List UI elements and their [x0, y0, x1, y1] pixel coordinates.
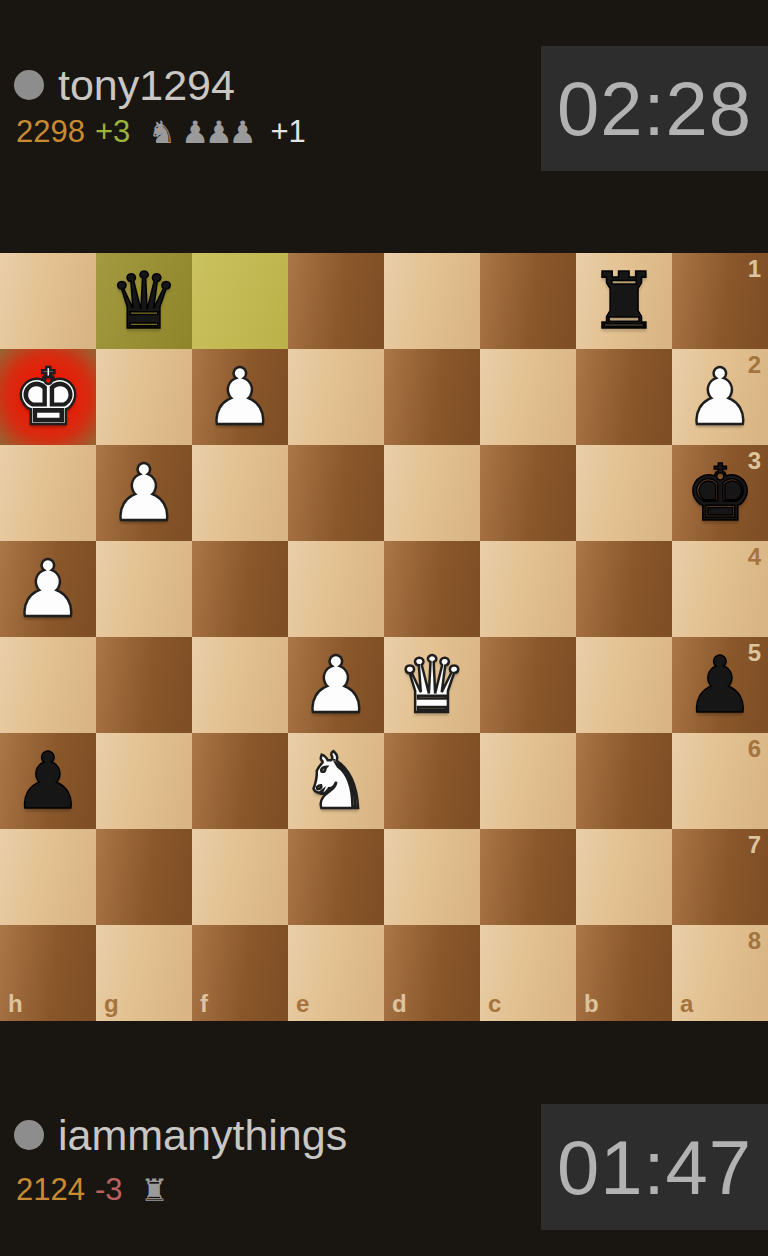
- square-b3[interactable]: [576, 445, 672, 541]
- square-d5[interactable]: ♛: [384, 637, 480, 733]
- bottom-player-rating-row: 2124 -3 ♜: [16, 1172, 182, 1208]
- square-a1[interactable]: 1: [672, 253, 768, 349]
- captured-pawn-icon: ♟: [229, 115, 257, 149]
- square-h1[interactable]: [0, 253, 96, 349]
- square-h4[interactable]: ♟: [0, 541, 96, 637]
- square-h8[interactable]: h: [0, 925, 96, 1021]
- square-e6[interactable]: ♞: [288, 733, 384, 829]
- square-d4[interactable]: [384, 541, 480, 637]
- square-h6[interactable]: ♟: [0, 733, 96, 829]
- square-e3[interactable]: [288, 445, 384, 541]
- captured-rook-icon: ♜: [141, 1173, 169, 1207]
- square-b7[interactable]: [576, 829, 672, 925]
- bottom-player-clock-time: 01:47: [557, 1124, 752, 1211]
- file-label-c: c: [488, 992, 501, 1016]
- square-c7[interactable]: [480, 829, 576, 925]
- file-label-g: g: [104, 992, 119, 1016]
- file-label-a: a: [680, 992, 693, 1016]
- top-player-name: tony1294: [58, 62, 235, 108]
- square-e4[interactable]: [288, 541, 384, 637]
- square-c8[interactable]: c: [480, 925, 576, 1021]
- square-a6[interactable]: 6: [672, 733, 768, 829]
- square-h3[interactable]: [0, 445, 96, 541]
- square-b2[interactable]: [576, 349, 672, 445]
- square-f8[interactable]: f: [192, 925, 288, 1021]
- square-c2[interactable]: [480, 349, 576, 445]
- square-b5[interactable]: [576, 637, 672, 733]
- square-c4[interactable]: [480, 541, 576, 637]
- file-label-b: b: [584, 992, 599, 1016]
- white-queen-piece[interactable]: ♛: [384, 637, 480, 733]
- top-player-rating: 2298: [16, 114, 85, 150]
- square-d1[interactable]: [384, 253, 480, 349]
- captured-knight-icon: ♞: [148, 115, 176, 149]
- square-c5[interactable]: [480, 637, 576, 733]
- square-d6[interactable]: [384, 733, 480, 829]
- square-c6[interactable]: [480, 733, 576, 829]
- square-a8[interactable]: 8a: [672, 925, 768, 1021]
- rank-label-7: 7: [748, 833, 761, 857]
- file-label-f: f: [200, 992, 208, 1016]
- rank-label-5: 5: [748, 641, 761, 665]
- rank-label-1: 1: [748, 257, 761, 281]
- square-g7[interactable]: [96, 829, 192, 925]
- top-player-captured-pieces: ♞♟♟♟: [148, 115, 256, 149]
- white-pawn-piece[interactable]: ♟: [288, 637, 384, 733]
- square-a7[interactable]: 7: [672, 829, 768, 925]
- square-g8[interactable]: g: [96, 925, 192, 1021]
- square-e8[interactable]: e: [288, 925, 384, 1021]
- black-pawn-piece[interactable]: ♟: [0, 733, 96, 829]
- square-g5[interactable]: [96, 637, 192, 733]
- square-g4[interactable]: [96, 541, 192, 637]
- square-a2[interactable]: ♟2: [672, 349, 768, 445]
- square-f7[interactable]: [192, 829, 288, 925]
- bottom-player-captured-pieces: ♜: [141, 1173, 169, 1207]
- square-e5[interactable]: ♟: [288, 637, 384, 733]
- square-h2[interactable]: ♚: [0, 349, 96, 445]
- square-b6[interactable]: [576, 733, 672, 829]
- top-player-clock-time: 02:28: [557, 65, 752, 152]
- square-a4[interactable]: 4: [672, 541, 768, 637]
- top-player-rating-diff: +3: [95, 114, 130, 150]
- rank-label-4: 4: [748, 545, 761, 569]
- square-g3[interactable]: ♟: [96, 445, 192, 541]
- square-d7[interactable]: [384, 829, 480, 925]
- square-a5[interactable]: ♟5: [672, 637, 768, 733]
- square-h5[interactable]: [0, 637, 96, 733]
- square-c1[interactable]: [480, 253, 576, 349]
- rank-label-8: 8: [748, 929, 761, 953]
- square-e7[interactable]: [288, 829, 384, 925]
- game-screen: tony1294 2298 +3 ♞♟♟♟ +1 02:28 ♛♜1♚♟♟2♟♚…: [0, 0, 768, 1256]
- white-knight-piece[interactable]: ♞: [288, 733, 384, 829]
- bottom-player-name: iammanythings: [58, 1112, 347, 1158]
- top-player-clock: 02:28: [541, 46, 768, 171]
- bottom-player-color-dot-icon: [14, 1120, 44, 1150]
- square-a3[interactable]: ♚3: [672, 445, 768, 541]
- square-d3[interactable]: [384, 445, 480, 541]
- square-f6[interactable]: [192, 733, 288, 829]
- rank-label-2: 2: [748, 353, 761, 377]
- square-f4[interactable]: [192, 541, 288, 637]
- square-g2[interactable]: [96, 349, 192, 445]
- white-pawn-piece[interactable]: ♟: [0, 541, 96, 637]
- square-b8[interactable]: b: [576, 925, 672, 1021]
- square-e1[interactable]: [288, 253, 384, 349]
- top-player-material-advantage: +1: [271, 114, 306, 150]
- file-label-d: d: [392, 992, 407, 1016]
- square-f3[interactable]: [192, 445, 288, 541]
- file-label-h: h: [8, 992, 23, 1016]
- square-d8[interactable]: d: [384, 925, 480, 1021]
- square-b1[interactable]: ♜: [576, 253, 672, 349]
- white-king-piece[interactable]: ♚: [0, 349, 96, 445]
- square-g1[interactable]: ♛: [96, 253, 192, 349]
- bottom-player-clock: 01:47: [541, 1104, 768, 1230]
- file-label-e: e: [296, 992, 309, 1016]
- square-h7[interactable]: [0, 829, 96, 925]
- square-f2[interactable]: ♟: [192, 349, 288, 445]
- top-player-color-dot-icon: [14, 70, 44, 100]
- bottom-player-row: iammanythings: [14, 1112, 347, 1158]
- square-f5[interactable]: [192, 637, 288, 733]
- bottom-player-rating-diff: -3: [95, 1172, 123, 1208]
- square-e2[interactable]: [288, 349, 384, 445]
- top-player-rating-row: 2298 +3 ♞♟♟♟ +1: [16, 114, 306, 150]
- black-rook-piece[interactable]: ♜: [576, 253, 672, 349]
- bottom-player-rating: 2124: [16, 1172, 85, 1208]
- square-f1[interactable]: [192, 253, 288, 349]
- top-player-row: tony1294: [14, 62, 235, 108]
- square-d2[interactable]: [384, 349, 480, 445]
- black-queen-piece[interactable]: ♛: [96, 253, 192, 349]
- white-pawn-piece[interactable]: ♟: [192, 349, 288, 445]
- chess-board[interactable]: ♛♜1♚♟♟2♟♚3♟4♟♛♟5♟♞67hgfedcb8a: [0, 253, 768, 1021]
- square-b4[interactable]: [576, 541, 672, 637]
- rank-label-6: 6: [748, 737, 761, 761]
- square-g6[interactable]: [96, 733, 192, 829]
- white-pawn-piece[interactable]: ♟: [96, 445, 192, 541]
- rank-label-3: 3: [748, 449, 761, 473]
- square-c3[interactable]: [480, 445, 576, 541]
